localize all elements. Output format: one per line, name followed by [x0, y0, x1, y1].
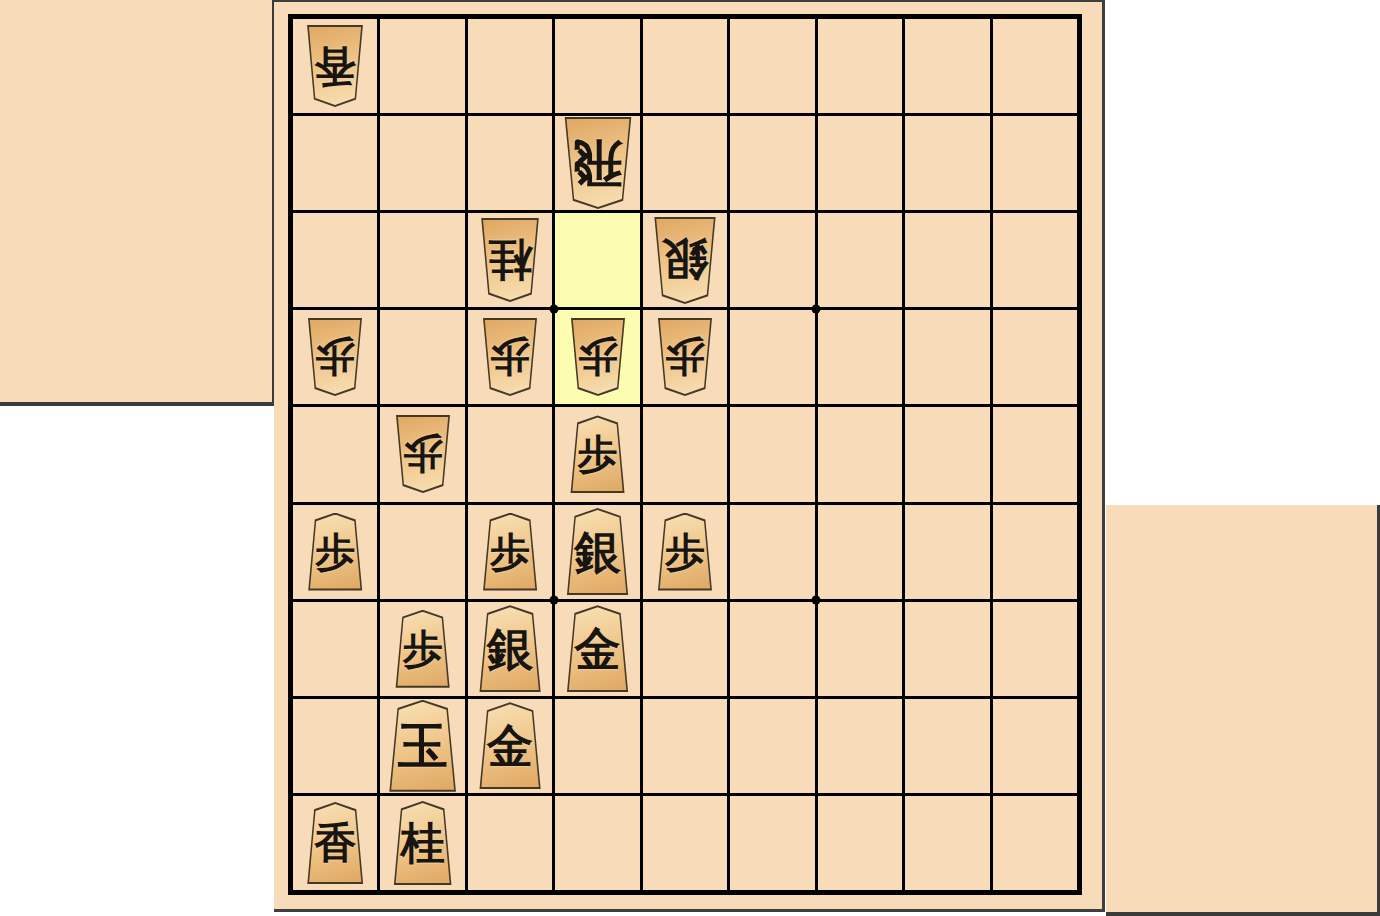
square-2e[interactable]	[905, 407, 989, 501]
square-1f[interactable]	[993, 505, 1077, 599]
square-8g[interactable]: 歩	[380, 602, 464, 696]
square-1e[interactable]	[993, 407, 1077, 501]
sente-silver[interactable]: 銀	[564, 508, 632, 595]
piece-kanji: 歩	[578, 434, 618, 474]
square-4d[interactable]	[730, 310, 814, 404]
square-6b[interactable]: 飛	[555, 116, 639, 210]
gote-captured-tray	[0, 0, 276, 406]
hoshi-dot	[549, 596, 558, 605]
square-3d[interactable]	[818, 310, 902, 404]
sente-silver[interactable]: 銀	[476, 605, 544, 692]
square-7e[interactable]	[468, 407, 552, 501]
square-8i[interactable]: 桂	[380, 796, 464, 890]
square-3b[interactable]	[818, 116, 902, 210]
gote-lance[interactable]: 香	[304, 25, 366, 107]
sente-pawn[interactable]: 歩	[480, 513, 540, 591]
square-1b[interactable]	[993, 116, 1077, 210]
square-4f[interactable]	[730, 505, 814, 599]
shogi-app: 香飛桂銀歩歩歩歩歩歩歩歩銀歩歩銀金玉金香桂	[0, 0, 1380, 916]
square-3g[interactable]	[818, 602, 902, 696]
square-1h[interactable]	[993, 699, 1077, 793]
square-2g[interactable]	[905, 602, 989, 696]
sente-knight[interactable]: 桂	[391, 801, 455, 885]
piece-kanji: 金	[487, 723, 533, 769]
piece-kanji: 銀	[662, 237, 708, 283]
square-4g[interactable]	[730, 602, 814, 696]
square-2f[interactable]	[905, 505, 989, 599]
square-7a[interactable]	[468, 19, 552, 113]
square-7f[interactable]: 歩	[468, 505, 552, 599]
piece-kanji: 歩	[403, 629, 443, 669]
gote-pawn[interactable]: 歩	[305, 318, 365, 396]
piece-kanji: 歩	[403, 434, 443, 474]
square-6f[interactable]: 銀	[555, 505, 639, 599]
square-8a[interactable]	[380, 19, 464, 113]
square-4a[interactable]	[730, 19, 814, 113]
square-3h[interactable]	[818, 699, 902, 793]
sente-lance[interactable]: 香	[304, 802, 366, 884]
square-6a[interactable]	[555, 19, 639, 113]
square-6c[interactable]	[555, 213, 639, 307]
gote-rook[interactable]: 飛	[561, 117, 635, 209]
square-8h[interactable]: 玉	[380, 699, 464, 793]
shogi-board-panel: 香飛桂銀歩歩歩歩歩歩歩歩銀歩歩銀金玉金香桂	[274, 0, 1105, 912]
square-2b[interactable]	[905, 116, 989, 210]
square-3c[interactable]	[818, 213, 902, 307]
square-3e[interactable]	[818, 407, 902, 501]
square-9b[interactable]	[293, 116, 377, 210]
square-7i[interactable]	[468, 796, 552, 890]
gote-knight[interactable]: 桂	[478, 218, 542, 302]
square-5a[interactable]	[643, 19, 727, 113]
square-3i[interactable]	[818, 796, 902, 890]
hoshi-dot	[811, 596, 820, 605]
piece-kanji: 桂	[401, 821, 445, 865]
square-5f[interactable]: 歩	[643, 505, 727, 599]
square-6g[interactable]: 金	[555, 602, 639, 696]
square-1d[interactable]	[993, 310, 1077, 404]
piece-kanji: 飛	[573, 138, 623, 188]
sente-king[interactable]: 玉	[386, 700, 460, 792]
piece-kanji: 香	[314, 45, 356, 87]
piece-kanji: 銀	[487, 626, 533, 672]
square-1a[interactable]	[993, 19, 1077, 113]
square-1g[interactable]	[993, 602, 1077, 696]
square-5c[interactable]: 銀	[643, 213, 727, 307]
piece-kanji: 歩	[315, 532, 355, 572]
piece-kanji: 歩	[315, 337, 355, 377]
gote-pawn[interactable]: 歩	[568, 318, 628, 396]
square-3a[interactable]	[818, 19, 902, 113]
square-3f[interactable]	[818, 505, 902, 599]
square-7h[interactable]: 金	[468, 699, 552, 793]
shogi-board: 香飛桂銀歩歩歩歩歩歩歩歩銀歩歩銀金玉金香桂	[288, 14, 1082, 895]
hoshi-dot	[811, 304, 820, 313]
piece-kanji: 歩	[578, 337, 618, 377]
square-6i[interactable]	[555, 796, 639, 890]
square-5b[interactable]	[643, 116, 727, 210]
sente-pawn[interactable]: 歩	[568, 415, 628, 493]
piece-kanji: 銀	[575, 529, 621, 575]
square-1i[interactable]	[993, 796, 1077, 890]
gote-silver[interactable]: 銀	[651, 217, 719, 304]
square-4h[interactable]	[730, 699, 814, 793]
square-9d[interactable]: 歩	[293, 310, 377, 404]
sente-pawn[interactable]: 歩	[655, 513, 715, 591]
sente-pawn[interactable]: 歩	[305, 513, 365, 591]
square-4c[interactable]	[730, 213, 814, 307]
sente-gold[interactable]: 金	[564, 605, 632, 692]
square-4i[interactable]	[730, 796, 814, 890]
square-7g[interactable]: 銀	[468, 602, 552, 696]
square-9e[interactable]	[293, 407, 377, 501]
square-6d[interactable]: 歩	[555, 310, 639, 404]
square-8b[interactable]	[380, 116, 464, 210]
piece-kanji: 桂	[488, 238, 532, 282]
sente-captured-tray	[1106, 505, 1380, 916]
piece-kanji: 歩	[490, 532, 530, 572]
square-7c[interactable]: 桂	[468, 213, 552, 307]
piece-kanji: 香	[314, 822, 356, 864]
gote-pawn[interactable]: 歩	[480, 318, 540, 396]
square-9i[interactable]: 香	[293, 796, 377, 890]
square-5h[interactable]	[643, 699, 727, 793]
square-6h[interactable]	[555, 699, 639, 793]
square-7d[interactable]: 歩	[468, 310, 552, 404]
square-2a[interactable]	[905, 19, 989, 113]
sente-gold[interactable]: 金	[476, 702, 544, 789]
square-2c[interactable]	[905, 213, 989, 307]
piece-kanji: 歩	[665, 337, 705, 377]
square-6e[interactable]: 歩	[555, 407, 639, 501]
square-9c[interactable]	[293, 213, 377, 307]
gote-pawn[interactable]: 歩	[393, 415, 453, 493]
square-2d[interactable]	[905, 310, 989, 404]
square-9a[interactable]: 香	[293, 19, 377, 113]
gote-pawn[interactable]: 歩	[655, 318, 715, 396]
square-2h[interactable]	[905, 699, 989, 793]
square-9g[interactable]	[293, 602, 377, 696]
piece-kanji: 歩	[665, 532, 705, 572]
square-9h[interactable]	[293, 699, 377, 793]
square-2i[interactable]	[905, 796, 989, 890]
square-1c[interactable]	[993, 213, 1077, 307]
sente-pawn[interactable]: 歩	[393, 610, 453, 688]
square-5g[interactable]	[643, 602, 727, 696]
square-8d[interactable]	[380, 310, 464, 404]
square-8e[interactable]: 歩	[380, 407, 464, 501]
square-9f[interactable]: 歩	[293, 505, 377, 599]
square-4b[interactable]	[730, 116, 814, 210]
square-5i[interactable]	[643, 796, 727, 890]
square-4e[interactable]	[730, 407, 814, 501]
piece-kanji: 歩	[490, 337, 530, 377]
piece-kanji: 金	[575, 626, 621, 672]
square-7b[interactable]	[468, 116, 552, 210]
square-8f[interactable]	[380, 505, 464, 599]
hoshi-dot	[549, 304, 558, 313]
square-8c[interactable]	[380, 213, 464, 307]
square-5e[interactable]	[643, 407, 727, 501]
square-5d[interactable]: 歩	[643, 310, 727, 404]
piece-kanji: 玉	[398, 721, 448, 771]
